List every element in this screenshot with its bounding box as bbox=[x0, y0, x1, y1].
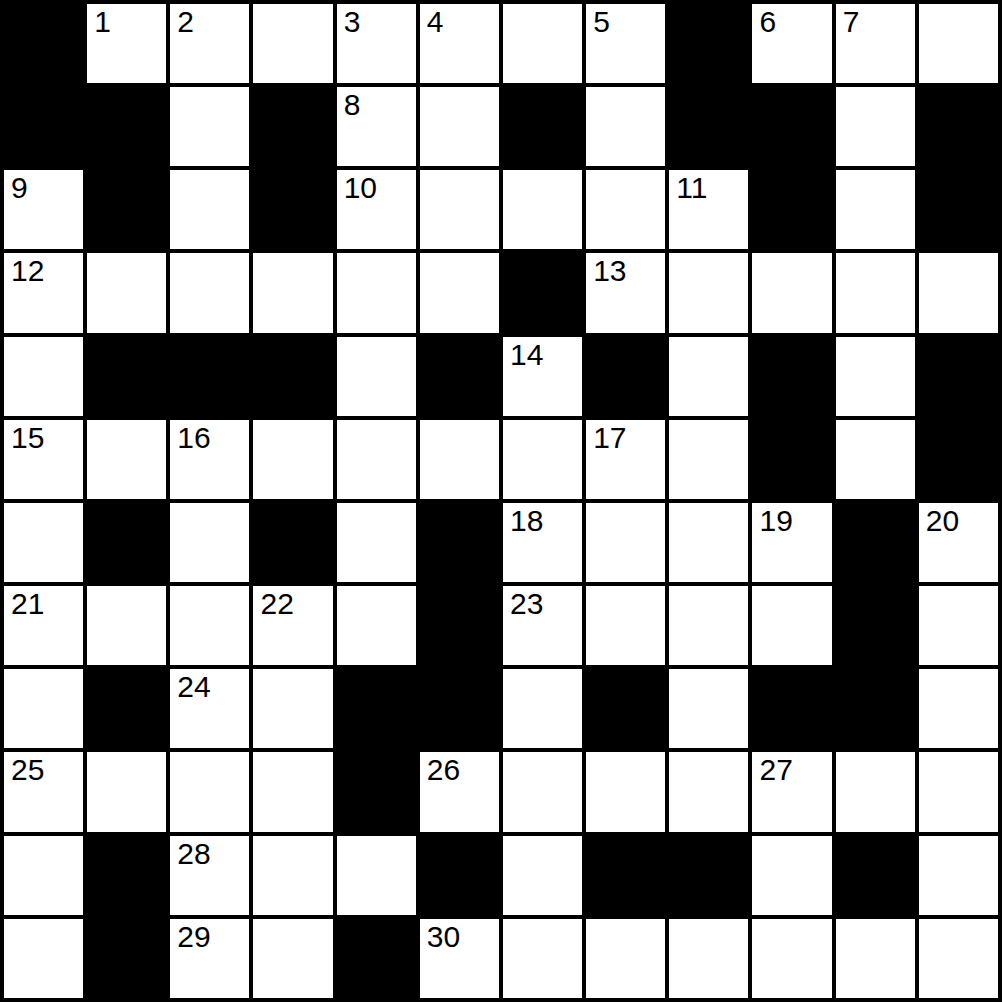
grid-cell[interactable] bbox=[586, 586, 665, 665]
grid-cell[interactable] bbox=[586, 503, 665, 582]
black-cell bbox=[87, 87, 166, 166]
clue-number: 10 bbox=[344, 171, 377, 204]
black-cell bbox=[669, 836, 748, 915]
black-cell bbox=[586, 669, 665, 748]
black-cell bbox=[253, 503, 332, 582]
clue-number: 23 bbox=[510, 587, 543, 620]
grid-cell[interactable]: 11 bbox=[669, 170, 748, 249]
grid-cell[interactable]: 9 bbox=[4, 170, 83, 249]
clue-number: 18 bbox=[510, 504, 543, 537]
grid-cell[interactable] bbox=[253, 253, 332, 332]
black-cell bbox=[87, 836, 166, 915]
grid-cell[interactable] bbox=[420, 253, 499, 332]
clue-number: 2 bbox=[177, 5, 194, 38]
clue-number: 22 bbox=[260, 587, 293, 620]
clue-number: 6 bbox=[759, 5, 776, 38]
black-cell bbox=[752, 170, 831, 249]
grid-cell[interactable] bbox=[4, 836, 83, 915]
black-cell bbox=[253, 337, 332, 416]
grid-cell[interactable] bbox=[752, 836, 831, 915]
black-cell bbox=[752, 337, 831, 416]
grid-cell[interactable] bbox=[420, 87, 499, 166]
grid-cell[interactable] bbox=[337, 836, 416, 915]
grid-cell[interactable] bbox=[503, 4, 582, 83]
black-cell bbox=[669, 87, 748, 166]
grid-cell[interactable]: 12 bbox=[4, 253, 83, 332]
grid-cell[interactable] bbox=[337, 420, 416, 499]
grid-cell[interactable]: 15 bbox=[4, 420, 83, 499]
grid-cell[interactable]: 26 bbox=[420, 752, 499, 831]
grid-cell[interactable] bbox=[170, 752, 249, 831]
grid-cell[interactable] bbox=[836, 87, 915, 166]
grid-cell[interactable] bbox=[253, 669, 332, 748]
black-cell bbox=[919, 170, 998, 249]
grid-cell[interactable] bbox=[503, 836, 582, 915]
grid-cell[interactable]: 14 bbox=[503, 337, 582, 416]
black-cell bbox=[337, 752, 416, 831]
grid-cell[interactable]: 25 bbox=[4, 752, 83, 831]
grid-cell[interactable] bbox=[4, 337, 83, 416]
grid-cell[interactable] bbox=[836, 170, 915, 249]
grid-cell[interactable] bbox=[919, 752, 998, 831]
grid-cell[interactable] bbox=[503, 170, 582, 249]
grid-cell[interactable] bbox=[170, 586, 249, 665]
black-cell bbox=[87, 503, 166, 582]
grid-cell[interactable] bbox=[503, 669, 582, 748]
crossword-board: 1234567891011121314151617181920212223242… bbox=[0, 0, 1002, 1002]
grid-cell[interactable] bbox=[253, 919, 332, 998]
grid-cell[interactable]: 16 bbox=[170, 420, 249, 499]
clue-number: 16 bbox=[177, 421, 210, 454]
grid-cell[interactable]: 2 bbox=[170, 4, 249, 83]
black-cell bbox=[919, 420, 998, 499]
grid-cell[interactable]: 23 bbox=[503, 586, 582, 665]
grid-cell[interactable] bbox=[836, 919, 915, 998]
grid-cell[interactable]: 27 bbox=[752, 752, 831, 831]
clue-number: 11 bbox=[676, 171, 707, 204]
clue-number: 24 bbox=[177, 670, 210, 703]
black-cell bbox=[87, 170, 166, 249]
clue-number: 15 bbox=[11, 421, 44, 454]
grid-cell[interactable]: 20 bbox=[919, 503, 998, 582]
grid-cell[interactable] bbox=[253, 4, 332, 83]
clue-number: 26 bbox=[427, 753, 460, 786]
grid-cell[interactable] bbox=[669, 253, 748, 332]
grid-cell[interactable] bbox=[87, 420, 166, 499]
grid-cell[interactable]: 7 bbox=[836, 4, 915, 83]
grid-cell[interactable] bbox=[919, 919, 998, 998]
grid-cell[interactable] bbox=[752, 253, 831, 332]
black-cell bbox=[919, 337, 998, 416]
black-cell bbox=[836, 669, 915, 748]
black-cell bbox=[337, 669, 416, 748]
black-cell bbox=[919, 87, 998, 166]
clue-number: 4 bbox=[427, 5, 444, 38]
grid-cell[interactable] bbox=[669, 919, 748, 998]
grid-cell[interactable] bbox=[420, 420, 499, 499]
clue-number: 25 bbox=[11, 753, 44, 786]
grid-cell[interactable]: 13 bbox=[586, 253, 665, 332]
black-cell bbox=[752, 669, 831, 748]
grid-cell[interactable] bbox=[337, 253, 416, 332]
grid-cell[interactable] bbox=[87, 752, 166, 831]
black-cell bbox=[170, 337, 249, 416]
black-cell bbox=[253, 87, 332, 166]
grid-cell[interactable] bbox=[586, 919, 665, 998]
grid-cell[interactable] bbox=[503, 919, 582, 998]
black-cell bbox=[420, 586, 499, 665]
clue-number: 30 bbox=[427, 920, 460, 953]
clue-number: 8 bbox=[344, 88, 361, 121]
clue-number: 9 bbox=[11, 171, 28, 204]
grid-cell[interactable] bbox=[503, 752, 582, 831]
black-cell bbox=[586, 836, 665, 915]
clue-number: 12 bbox=[11, 254, 44, 287]
clue-number: 21 bbox=[11, 587, 44, 620]
grid-cell[interactable] bbox=[919, 669, 998, 748]
grid-cell[interactable] bbox=[420, 170, 499, 249]
grid-cell[interactable] bbox=[87, 586, 166, 665]
grid-cell[interactable] bbox=[503, 420, 582, 499]
grid-cell[interactable] bbox=[337, 337, 416, 416]
grid-cell[interactable]: 17 bbox=[586, 420, 665, 499]
clue-number: 29 bbox=[177, 920, 210, 953]
grid-cell[interactable]: 6 bbox=[752, 4, 831, 83]
grid-cell[interactable]: 10 bbox=[337, 170, 416, 249]
grid-cell[interactable]: 3 bbox=[337, 4, 416, 83]
grid-cell[interactable] bbox=[586, 752, 665, 831]
grid-cell[interactable] bbox=[586, 170, 665, 249]
grid-cell[interactable]: 1 bbox=[87, 4, 166, 83]
black-cell bbox=[669, 4, 748, 83]
black-cell bbox=[503, 253, 582, 332]
grid-cell[interactable] bbox=[253, 752, 332, 831]
grid-cell[interactable]: 28 bbox=[170, 836, 249, 915]
grid-cell[interactable] bbox=[919, 586, 998, 665]
grid-cell[interactable]: 21 bbox=[4, 586, 83, 665]
grid-cell[interactable]: 5 bbox=[586, 4, 665, 83]
grid-cell[interactable] bbox=[836, 337, 915, 416]
black-cell bbox=[4, 4, 83, 83]
grid-cell[interactable] bbox=[170, 87, 249, 166]
grid-cell[interactable]: 29 bbox=[170, 919, 249, 998]
clue-number: 5 bbox=[593, 5, 610, 38]
black-cell bbox=[253, 170, 332, 249]
clue-number: 13 bbox=[593, 254, 626, 287]
black-cell bbox=[420, 503, 499, 582]
clue-number: 28 bbox=[177, 837, 210, 870]
grid-cell[interactable] bbox=[919, 253, 998, 332]
grid-cell[interactable] bbox=[752, 586, 831, 665]
black-cell bbox=[4, 87, 83, 166]
grid-cell[interactable] bbox=[836, 253, 915, 332]
black-cell bbox=[752, 420, 831, 499]
clue-number: 27 bbox=[759, 753, 792, 786]
grid-cell[interactable]: 24 bbox=[170, 669, 249, 748]
grid-cell[interactable] bbox=[836, 420, 915, 499]
clue-number: 20 bbox=[926, 504, 959, 537]
black-cell bbox=[836, 836, 915, 915]
black-cell bbox=[420, 337, 499, 416]
grid-cell[interactable] bbox=[919, 4, 998, 83]
grid-cell[interactable] bbox=[669, 503, 748, 582]
grid-cell[interactable] bbox=[669, 337, 748, 416]
grid-cell[interactable] bbox=[170, 253, 249, 332]
grid-cell[interactable] bbox=[669, 420, 748, 499]
grid-cell[interactable] bbox=[253, 836, 332, 915]
grid-cell[interactable]: 4 bbox=[420, 4, 499, 83]
grid-cell[interactable] bbox=[752, 919, 831, 998]
grid-cell[interactable] bbox=[669, 669, 748, 748]
clue-number: 17 bbox=[593, 421, 626, 454]
grid-cell[interactable]: 30 bbox=[420, 919, 499, 998]
grid-cell[interactable] bbox=[337, 586, 416, 665]
grid-cell[interactable] bbox=[87, 253, 166, 332]
black-cell bbox=[87, 337, 166, 416]
grid-cell[interactable] bbox=[836, 752, 915, 831]
black-cell bbox=[836, 503, 915, 582]
black-cell bbox=[420, 836, 499, 915]
grid-cell[interactable] bbox=[4, 919, 83, 998]
black-cell bbox=[836, 586, 915, 665]
black-cell bbox=[420, 669, 499, 748]
black-cell bbox=[752, 87, 831, 166]
grid-cell[interactable] bbox=[4, 669, 83, 748]
black-cell bbox=[87, 669, 166, 748]
grid-cell[interactable]: 22 bbox=[253, 586, 332, 665]
clue-number: 14 bbox=[510, 338, 543, 371]
grid-cell[interactable] bbox=[253, 420, 332, 499]
grid-cell[interactable] bbox=[170, 170, 249, 249]
black-cell bbox=[586, 337, 665, 416]
black-cell bbox=[337, 919, 416, 998]
grid-cell[interactable]: 18 bbox=[503, 503, 582, 582]
grid-cell[interactable] bbox=[586, 87, 665, 166]
grid-cell[interactable] bbox=[4, 503, 83, 582]
grid-cell[interactable] bbox=[170, 503, 249, 582]
clue-number: 1 bbox=[94, 5, 111, 38]
grid-cell[interactable]: 8 bbox=[337, 87, 416, 166]
black-cell bbox=[87, 919, 166, 998]
grid-cell[interactable]: 19 bbox=[752, 503, 831, 582]
grid-cell[interactable] bbox=[669, 586, 748, 665]
black-cell bbox=[503, 87, 582, 166]
grid-cell[interactable] bbox=[919, 836, 998, 915]
clue-number: 7 bbox=[843, 5, 860, 38]
clue-number: 3 bbox=[344, 5, 361, 38]
clue-number: 19 bbox=[759, 504, 792, 537]
grid-cell[interactable] bbox=[337, 503, 416, 582]
grid-cell[interactable] bbox=[669, 752, 748, 831]
